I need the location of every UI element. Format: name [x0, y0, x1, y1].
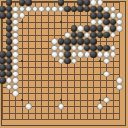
stone-black[interactable] — [58, 0, 65, 6]
stone-white[interactable] — [19, 12, 26, 19]
star-point — [21, 60, 23, 62]
star-point — [99, 99, 101, 101]
stone-white[interactable] — [103, 97, 110, 104]
stone-black[interactable] — [90, 25, 97, 32]
stone-black[interactable] — [77, 6, 84, 13]
star-point — [99, 60, 101, 62]
grid-line — [2, 113, 120, 114]
stone-white[interactable] — [116, 84, 123, 91]
grid-line — [2, 119, 120, 120]
stone-white[interactable] — [38, 6, 45, 13]
stone-white[interactable] — [25, 103, 32, 110]
stone-white[interactable] — [103, 58, 110, 65]
star-point — [21, 99, 23, 101]
stone-black[interactable] — [103, 12, 110, 19]
grid-line — [80, 2, 81, 120]
stone-white[interactable] — [12, 51, 19, 58]
stone-black[interactable] — [0, 77, 6, 84]
grid-line — [2, 67, 120, 68]
go-board[interactable] — [0, 0, 128, 128]
stone-black[interactable] — [90, 51, 97, 58]
stone-white[interactable] — [110, 32, 117, 39]
stone-white[interactable] — [97, 103, 104, 110]
grid-line — [2, 87, 120, 88]
stone-black[interactable] — [25, 0, 32, 6]
stone-white[interactable] — [12, 38, 19, 45]
stone-black[interactable] — [64, 38, 71, 45]
stone-black[interactable] — [90, 38, 97, 45]
stone-white[interactable] — [103, 25, 110, 32]
stone-white[interactable] — [110, 51, 117, 58]
stone-black[interactable] — [103, 32, 110, 39]
stone-black[interactable] — [6, 0, 13, 6]
stone-white[interactable] — [51, 6, 58, 13]
stone-white[interactable] — [116, 12, 123, 19]
stone-black[interactable] — [77, 38, 84, 45]
stone-white[interactable] — [103, 51, 110, 58]
stone-black[interactable] — [0, 51, 6, 58]
stone-black[interactable] — [77, 0, 84, 6]
stone-white[interactable] — [51, 38, 58, 45]
stone-white[interactable] — [12, 90, 19, 97]
stone-white[interactable] — [116, 77, 123, 84]
stone-white[interactable] — [90, 0, 97, 6]
stone-white[interactable] — [97, 0, 104, 6]
stone-white[interactable] — [116, 25, 123, 32]
stone-white[interactable] — [77, 25, 84, 32]
grid-line — [2, 93, 120, 94]
star-point — [21, 21, 23, 23]
stone-white[interactable] — [12, 25, 19, 32]
stone-black[interactable] — [90, 12, 97, 19]
stone-black[interactable] — [64, 6, 71, 13]
stone-black[interactable] — [64, 58, 71, 65]
grid-line — [87, 2, 88, 120]
stone-white[interactable] — [51, 51, 58, 58]
star-point — [60, 99, 62, 101]
stone-white[interactable] — [12, 77, 19, 84]
star-point — [60, 21, 62, 23]
stone-white[interactable] — [12, 12, 19, 19]
stone-white[interactable] — [58, 103, 65, 110]
stone-white[interactable] — [103, 71, 110, 78]
stone-black[interactable] — [0, 12, 6, 19]
grid-line — [2, 80, 120, 81]
stone-black[interactable] — [64, 51, 71, 58]
stone-white[interactable] — [71, 58, 78, 65]
stone-white[interactable] — [25, 6, 32, 13]
stone-white[interactable] — [77, 51, 84, 58]
stone-white[interactable] — [12, 64, 19, 71]
stone-black[interactable] — [0, 64, 6, 71]
